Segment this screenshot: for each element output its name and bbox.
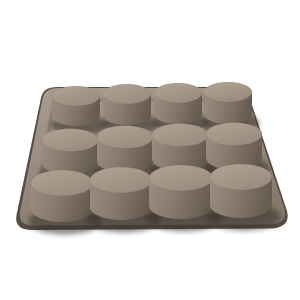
cup-top (31, 170, 93, 196)
cup-top (97, 126, 153, 149)
cup-top (103, 84, 151, 104)
cup-top (152, 124, 208, 147)
cup-top (154, 83, 202, 103)
cup-top (206, 123, 262, 146)
muffin-cups (28, 82, 280, 235)
cup-top (52, 86, 100, 106)
cup-top (210, 164, 272, 190)
cup-top (149, 165, 213, 191)
cup-top (204, 82, 252, 102)
product-photo-stage (0, 0, 300, 300)
muffin-cup-r3c4 (207, 164, 280, 231)
muffin-cup-r1c1 (51, 86, 108, 136)
cup-top (42, 129, 98, 152)
muffin-mold-photo (0, 0, 300, 300)
cup-top (90, 167, 152, 193)
